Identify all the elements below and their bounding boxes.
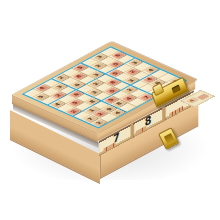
tray-tile[interactable]: 4 [186, 98, 198, 104]
product-photo: 7 8 4 4253538262635462535382285341524729… [0, 0, 220, 220]
tray-tile[interactable] [197, 94, 209, 100]
clasp-plate-icon [164, 133, 175, 145]
tray-divider [131, 123, 134, 139]
tray-divider [162, 106, 165, 122]
latch-slot-icon [172, 85, 181, 94]
